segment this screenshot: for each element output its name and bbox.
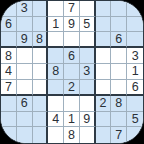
cell-r6c6[interactable] bbox=[80, 80, 96, 96]
cell-r2c7[interactable] bbox=[96, 17, 112, 33]
cell-r6c3[interactable] bbox=[33, 80, 49, 96]
cell-r1c1[interactable] bbox=[1, 1, 17, 17]
cell-r7c1[interactable] bbox=[1, 96, 17, 112]
cell-r3c1[interactable] bbox=[1, 32, 17, 48]
cell-r7c2[interactable]: 6 bbox=[17, 96, 33, 112]
cell-r6c8[interactable] bbox=[111, 80, 127, 96]
cell-r4c4[interactable] bbox=[48, 48, 64, 64]
cell-r3c3[interactable]: 8 bbox=[33, 32, 49, 48]
cell-r8c2[interactable] bbox=[17, 112, 33, 128]
cell-r2c1[interactable]: 6 bbox=[1, 17, 17, 33]
cell-r3c6[interactable] bbox=[80, 32, 96, 48]
cell-r5c1[interactable]: 4 bbox=[1, 64, 17, 80]
cell-r6c7[interactable] bbox=[96, 80, 112, 96]
sudoku-board: 3761959868634831726628419587 bbox=[0, 0, 144, 144]
cell-r1c7[interactable] bbox=[96, 1, 112, 17]
cell-r8c4[interactable]: 4 bbox=[48, 112, 64, 128]
cell-r1c8[interactable] bbox=[111, 1, 127, 17]
cell-r5c8[interactable] bbox=[111, 64, 127, 80]
cell-r1c2[interactable]: 3 bbox=[17, 1, 33, 17]
cell-r4c5[interactable]: 6 bbox=[64, 48, 80, 64]
cell-r7c3[interactable] bbox=[33, 96, 49, 112]
cell-r6c2[interactable] bbox=[17, 80, 33, 96]
cell-r4c7[interactable] bbox=[96, 48, 112, 64]
cell-r2c8[interactable] bbox=[111, 17, 127, 33]
cell-r2c4[interactable]: 1 bbox=[48, 17, 64, 33]
cell-r4c9[interactable]: 3 bbox=[127, 48, 143, 64]
cell-r5c5[interactable] bbox=[64, 64, 80, 80]
cell-r2c2[interactable] bbox=[17, 17, 33, 33]
cell-r9c5[interactable]: 8 bbox=[64, 127, 80, 143]
cell-r4c8[interactable] bbox=[111, 48, 127, 64]
cell-r6c4[interactable] bbox=[48, 80, 64, 96]
cell-r4c6[interactable] bbox=[80, 48, 96, 64]
cell-r9c4[interactable] bbox=[48, 127, 64, 143]
cell-r8c9[interactable]: 5 bbox=[127, 112, 143, 128]
cell-r9c8[interactable]: 7 bbox=[111, 127, 127, 143]
cell-r5c4[interactable]: 8 bbox=[48, 64, 64, 80]
cell-r3c2[interactable]: 9 bbox=[17, 32, 33, 48]
cell-r7c5[interactable] bbox=[64, 96, 80, 112]
cell-r1c6[interactable] bbox=[80, 1, 96, 17]
cell-r9c9[interactable] bbox=[127, 127, 143, 143]
cell-r4c1[interactable]: 8 bbox=[1, 48, 17, 64]
cell-r7c6[interactable] bbox=[80, 96, 96, 112]
cell-r6c5[interactable]: 2 bbox=[64, 80, 80, 96]
cell-r4c2[interactable] bbox=[17, 48, 33, 64]
cell-r5c6[interactable]: 3 bbox=[80, 64, 96, 80]
cell-r8c3[interactable] bbox=[33, 112, 49, 128]
cell-r3c9[interactable] bbox=[127, 32, 143, 48]
cell-r5c7[interactable] bbox=[96, 64, 112, 80]
cell-r3c7[interactable] bbox=[96, 32, 112, 48]
cell-r7c8[interactable]: 8 bbox=[111, 96, 127, 112]
cell-r2c9[interactable] bbox=[127, 17, 143, 33]
cell-r9c6[interactable] bbox=[80, 127, 96, 143]
cell-r2c3[interactable] bbox=[33, 17, 49, 33]
cell-r1c3[interactable] bbox=[33, 1, 49, 17]
cell-r8c7[interactable] bbox=[96, 112, 112, 128]
cell-r7c9[interactable] bbox=[127, 96, 143, 112]
cell-r9c7[interactable] bbox=[96, 127, 112, 143]
cell-r5c3[interactable] bbox=[33, 64, 49, 80]
cell-r1c5[interactable]: 7 bbox=[64, 1, 80, 17]
cell-r4c3[interactable] bbox=[33, 48, 49, 64]
cell-r1c4[interactable] bbox=[48, 1, 64, 17]
cell-r9c2[interactable] bbox=[17, 127, 33, 143]
cell-r3c8[interactable]: 6 bbox=[111, 32, 127, 48]
cell-r5c9[interactable]: 1 bbox=[127, 64, 143, 80]
cell-r8c1[interactable] bbox=[1, 112, 17, 128]
cell-r1c9[interactable] bbox=[127, 1, 143, 17]
cell-r8c8[interactable] bbox=[111, 112, 127, 128]
cell-r2c5[interactable]: 9 bbox=[64, 17, 80, 33]
cell-r9c1[interactable] bbox=[1, 127, 17, 143]
cell-r9c3[interactable] bbox=[33, 127, 49, 143]
cell-r8c5[interactable]: 1 bbox=[64, 112, 80, 128]
cell-r6c9[interactable]: 6 bbox=[127, 80, 143, 96]
cell-r7c7[interactable]: 2 bbox=[96, 96, 112, 112]
cell-r3c4[interactable] bbox=[48, 32, 64, 48]
cell-r7c4[interactable] bbox=[48, 96, 64, 112]
cell-r3c5[interactable] bbox=[64, 32, 80, 48]
cell-r8c6[interactable]: 9 bbox=[80, 112, 96, 128]
cell-r6c1[interactable]: 7 bbox=[1, 80, 17, 96]
cell-r5c2[interactable] bbox=[17, 64, 33, 80]
cell-r2c6[interactable]: 5 bbox=[80, 17, 96, 33]
